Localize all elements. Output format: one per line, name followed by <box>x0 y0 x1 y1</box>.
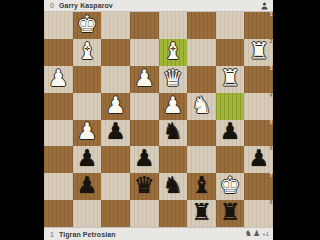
square-g6[interactable]: ♟ <box>73 146 102 173</box>
white-knight-c4[interactable]: ♞ <box>191 94 212 117</box>
white-pawn-g5[interactable]: ♟ <box>77 120 98 143</box>
rank-label-1: 1 <box>269 12 272 17</box>
square-f6[interactable] <box>101 146 130 173</box>
square-b3[interactable]: ♜ <box>216 66 245 93</box>
black-pawn-g7[interactable]: ♟ <box>77 174 98 197</box>
square-h2[interactable] <box>44 39 73 66</box>
square-b8[interactable]: ♜ <box>216 200 245 227</box>
square-b7[interactable]: ♚ <box>216 173 245 200</box>
content-column: 0 Garry Kasparov ♚1♝♝2♜♟♟♛♜3♟♟♞4♟♟♞♟5♟♟6… <box>44 0 273 240</box>
square-c8[interactable]: ♜ <box>187 200 216 227</box>
top-player-score: 0 <box>50 2 54 9</box>
square-d2[interactable]: ♝ <box>159 39 188 66</box>
square-h8[interactable] <box>44 200 73 227</box>
white-pawn-h3[interactable]: ♟ <box>48 67 69 90</box>
square-e5[interactable] <box>130 120 159 147</box>
knight-icon: ♞ <box>245 229 252 238</box>
square-a7[interactable]: 7 <box>244 173 273 200</box>
square-e3[interactable]: ♟ <box>130 66 159 93</box>
square-d7[interactable]: ♞ <box>159 173 188 200</box>
square-f1[interactable] <box>101 12 130 39</box>
square-f7[interactable] <box>101 173 130 200</box>
bottom-player-bar: 1 Tigran Petrosian ♞♟ +1 <box>44 227 273 240</box>
rank-label-7: 7 <box>269 173 272 178</box>
square-a1[interactable]: 1 <box>244 12 273 39</box>
bottom-player-score: 1 <box>50 231 54 238</box>
white-rook-a2[interactable]: ♜ <box>248 40 269 63</box>
square-g4[interactable] <box>73 93 102 120</box>
square-c5[interactable] <box>187 120 216 147</box>
square-g1[interactable]: ♚ <box>73 12 102 39</box>
square-e6[interactable]: ♟ <box>130 146 159 173</box>
captured-pieces-tray: ♞♟ +1 <box>244 230 269 238</box>
rank-label-6: 6 <box>269 146 272 151</box>
square-a5[interactable]: 5 <box>244 120 273 147</box>
top-player-name[interactable]: Garry Kasparov <box>59 2 113 9</box>
square-h6[interactable] <box>44 146 73 173</box>
square-d3[interactable]: ♛ <box>159 66 188 93</box>
square-e4[interactable] <box>130 93 159 120</box>
app-window: 0 Garry Kasparov ♚1♝♝2♜♟♟♛♜3♟♟♞4♟♟♞♟5♟♟6… <box>0 0 320 240</box>
square-f4[interactable]: ♟ <box>101 93 130 120</box>
white-pawn-e3[interactable]: ♟ <box>134 67 155 90</box>
square-d8[interactable] <box>159 200 188 227</box>
square-f5[interactable]: ♟ <box>101 120 130 147</box>
square-c7[interactable]: ♝ <box>187 173 216 200</box>
rank-label-5: 5 <box>269 120 272 125</box>
square-e1[interactable] <box>130 12 159 39</box>
white-pawn-d4[interactable]: ♟ <box>163 94 184 117</box>
square-f3[interactable] <box>101 66 130 93</box>
black-bishop-c7[interactable]: ♝ <box>191 174 212 197</box>
square-g2[interactable]: ♝ <box>73 39 102 66</box>
white-king-b7[interactable]: ♚ <box>220 174 241 197</box>
square-c2[interactable] <box>187 39 216 66</box>
rank-label-3: 3 <box>269 66 272 71</box>
black-pawn-b5[interactable]: ♟ <box>220 120 241 143</box>
square-d1[interactable] <box>159 12 188 39</box>
white-king-g1[interactable]: ♚ <box>77 13 98 36</box>
white-bishop-g2[interactable]: ♝ <box>77 40 98 63</box>
black-knight-d5[interactable]: ♞ <box>163 120 184 143</box>
user-icon[interactable] <box>261 2 268 10</box>
white-bishop-d2[interactable]: ♝ <box>163 40 184 63</box>
captured-piece-icons: ♞♟ <box>244 230 260 238</box>
square-a3[interactable]: 3 <box>244 66 273 93</box>
square-f2[interactable] <box>101 39 130 66</box>
square-a8[interactable]: 8 <box>244 200 273 227</box>
black-pawn-f5[interactable]: ♟ <box>105 120 126 143</box>
white-queen-d3[interactable]: ♛ <box>163 67 184 90</box>
rank-label-8: 8 <box>269 200 272 205</box>
square-b6[interactable] <box>216 146 245 173</box>
pawn-icon: ♟ <box>253 229 260 238</box>
square-g7[interactable]: ♟ <box>73 173 102 200</box>
black-pawn-e6[interactable]: ♟ <box>134 147 155 170</box>
square-e7[interactable]: ♛ <box>130 173 159 200</box>
square-d4[interactable]: ♟ <box>159 93 188 120</box>
square-c3[interactable] <box>187 66 216 93</box>
black-rook-b8[interactable]: ♜ <box>220 201 241 224</box>
square-h3[interactable]: ♟ <box>44 66 73 93</box>
square-a2[interactable]: 2♜ <box>244 39 273 66</box>
black-rook-c8[interactable]: ♜ <box>191 201 212 224</box>
square-b4[interactable] <box>216 93 245 120</box>
square-c4[interactable]: ♞ <box>187 93 216 120</box>
square-b5[interactable]: ♟ <box>216 120 245 147</box>
square-e8[interactable] <box>130 200 159 227</box>
square-c6[interactable] <box>187 146 216 173</box>
chess-board: ♚1♝♝2♜♟♟♛♜3♟♟♞4♟♟♞♟5♟♟6♟♟♛♞♝♚7♜♜8 <box>44 12 273 227</box>
square-a6[interactable]: 6♟ <box>244 146 273 173</box>
square-d5[interactable]: ♞ <box>159 120 188 147</box>
square-c1[interactable] <box>187 12 216 39</box>
rank-label-2: 2 <box>269 39 272 44</box>
black-knight-d7[interactable]: ♞ <box>163 174 184 197</box>
square-h7[interactable] <box>44 173 73 200</box>
top-player-bar: 0 Garry Kasparov <box>44 0 273 12</box>
square-h4[interactable] <box>44 93 73 120</box>
square-b2[interactable] <box>216 39 245 66</box>
bottom-player-name[interactable]: Tigran Petrosian <box>59 231 116 238</box>
square-g3[interactable] <box>73 66 102 93</box>
square-b1[interactable] <box>216 12 245 39</box>
black-queen-e7[interactable]: ♛ <box>134 174 155 197</box>
square-f8[interactable] <box>101 200 130 227</box>
square-g5[interactable]: ♟ <box>73 120 102 147</box>
rank-label-4: 4 <box>269 93 272 98</box>
white-pawn-f4[interactable]: ♟ <box>105 94 126 117</box>
black-pawn-a6[interactable]: ♟ <box>248 147 269 170</box>
square-h1[interactable] <box>44 12 73 39</box>
black-pawn-g6[interactable]: ♟ <box>77 147 98 170</box>
material-advantage: +1 <box>262 231 269 237</box>
square-h5[interactable] <box>44 120 73 147</box>
square-e2[interactable] <box>130 39 159 66</box>
white-rook-b3[interactable]: ♜ <box>220 67 241 90</box>
square-g8[interactable] <box>73 200 102 227</box>
square-a4[interactable]: 4 <box>244 93 273 120</box>
square-d6[interactable] <box>159 146 188 173</box>
